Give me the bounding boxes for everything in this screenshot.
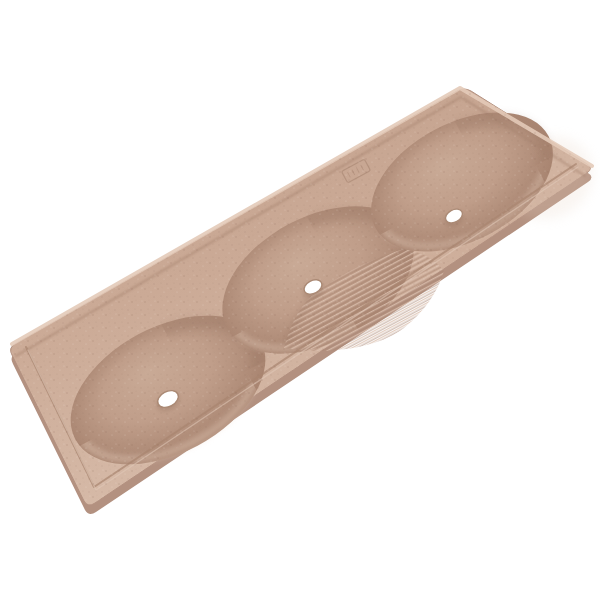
product-photo	[0, 0, 600, 600]
product-photo-stage	[0, 0, 600, 600]
